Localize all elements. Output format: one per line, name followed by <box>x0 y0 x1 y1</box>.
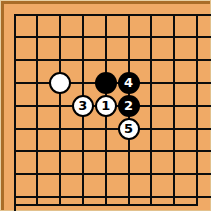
stone-F16: 2 <box>118 95 140 117</box>
stone-E17 <box>95 72 117 94</box>
stone-F17: 4 <box>118 72 140 94</box>
grid-hline <box>14 150 212 152</box>
go-board-diagram: 43125 <box>0 0 211 211</box>
stone-E16: 1 <box>95 95 117 117</box>
grid-hline <box>14 196 212 198</box>
grid-vline <box>150 14 152 206</box>
grid-vline <box>173 14 175 206</box>
grid-hline <box>14 14 212 16</box>
grid-vline <box>36 14 38 206</box>
grid-hline-partial <box>14 204 199 206</box>
stone-D16: 3 <box>72 95 94 117</box>
grid-vline <box>196 14 198 206</box>
board-frame-bottom-edge <box>0 210 211 211</box>
grid-hline <box>14 36 212 38</box>
grid-hline <box>14 173 212 175</box>
grid-hline <box>14 128 212 130</box>
board-frame-left <box>1 1 4 211</box>
board-frame-top-highlight <box>0 0 211 1</box>
board-frame-top <box>1 1 211 4</box>
stone-F15: 5 <box>118 118 140 140</box>
grid-vline <box>59 14 61 206</box>
stone-C16 <box>49 72 71 94</box>
board-frame-left-highlight <box>0 0 1 211</box>
grid-hline <box>14 59 212 61</box>
grid-vline <box>14 14 16 212</box>
